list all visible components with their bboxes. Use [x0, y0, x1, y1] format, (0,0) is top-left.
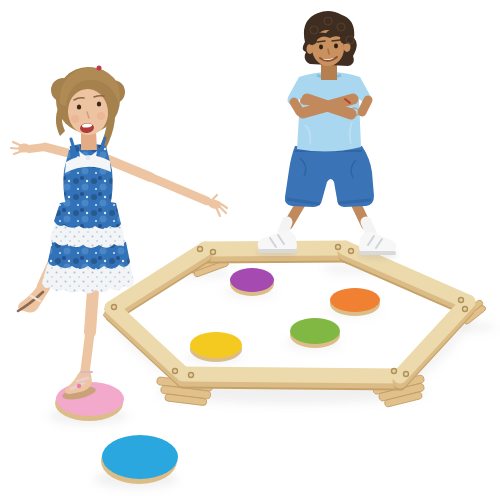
- screw: [392, 369, 397, 374]
- stone-top-blue: [102, 435, 178, 479]
- forearm: [150, 177, 207, 201]
- shorts-body: [285, 146, 374, 207]
- beam-bottom: [183, 374, 400, 384]
- stepping-stone-yellow: [190, 332, 242, 362]
- sandal-flower: [77, 384, 81, 388]
- boy-legs: [283, 202, 371, 233]
- fingers: [11, 142, 22, 154]
- boy-head: [303, 11, 357, 80]
- screw: [404, 372, 409, 377]
- screw: [349, 249, 354, 254]
- screw: [173, 369, 178, 374]
- cheek-left: [71, 115, 79, 123]
- boy-shorts: [285, 146, 374, 207]
- eye-left: [319, 45, 323, 50]
- stone-top-yellow: [190, 332, 242, 358]
- bodice-body: [63, 144, 112, 210]
- screw: [198, 247, 203, 252]
- eye-right: [97, 101, 101, 106]
- screw: [189, 373, 194, 378]
- screw: [211, 250, 216, 255]
- upper-arm: [45, 147, 72, 154]
- beam-lower-right: [400, 302, 468, 384]
- scene-canvas: [0, 0, 500, 500]
- screw: [459, 298, 464, 303]
- stone-top-green: [290, 318, 340, 344]
- stone-top-orange: [330, 288, 380, 312]
- stepping-stone-blue: [101, 435, 178, 484]
- screw: [336, 245, 341, 250]
- girl-right-arm: [11, 142, 72, 154]
- stepping-stone-orange: [330, 288, 380, 316]
- temple-curl-left: [307, 35, 317, 45]
- forearm: [29, 147, 45, 149]
- calf: [85, 332, 90, 372]
- eye-left: [77, 104, 81, 109]
- product-photo: [0, 0, 500, 500]
- girl-left-arm: [104, 158, 227, 216]
- beam-top-face: [112, 308, 183, 374]
- nose: [328, 49, 329, 54]
- temple-curl-right: [340, 34, 350, 44]
- stone-top-purple: [230, 268, 274, 292]
- boy-sneaker-right: [359, 232, 396, 255]
- hair-clip: [97, 66, 102, 71]
- thigh: [90, 290, 93, 332]
- sock-right: [366, 222, 371, 233]
- screw: [112, 305, 117, 310]
- upper-arm-right: [362, 100, 368, 112]
- screw: [463, 307, 468, 312]
- beam-top-face: [183, 374, 400, 376]
- stepping-stone-green: [290, 318, 340, 348]
- cheek-right: [97, 112, 105, 120]
- boy-sneaker-left: [258, 231, 297, 253]
- boy-figure: [256, 11, 398, 259]
- girl-skirt: [42, 200, 134, 294]
- bow-knot: [86, 156, 90, 160]
- stepping-stone-purple: [230, 268, 274, 296]
- hand-left: [300, 97, 310, 105]
- eye-right: [334, 44, 338, 49]
